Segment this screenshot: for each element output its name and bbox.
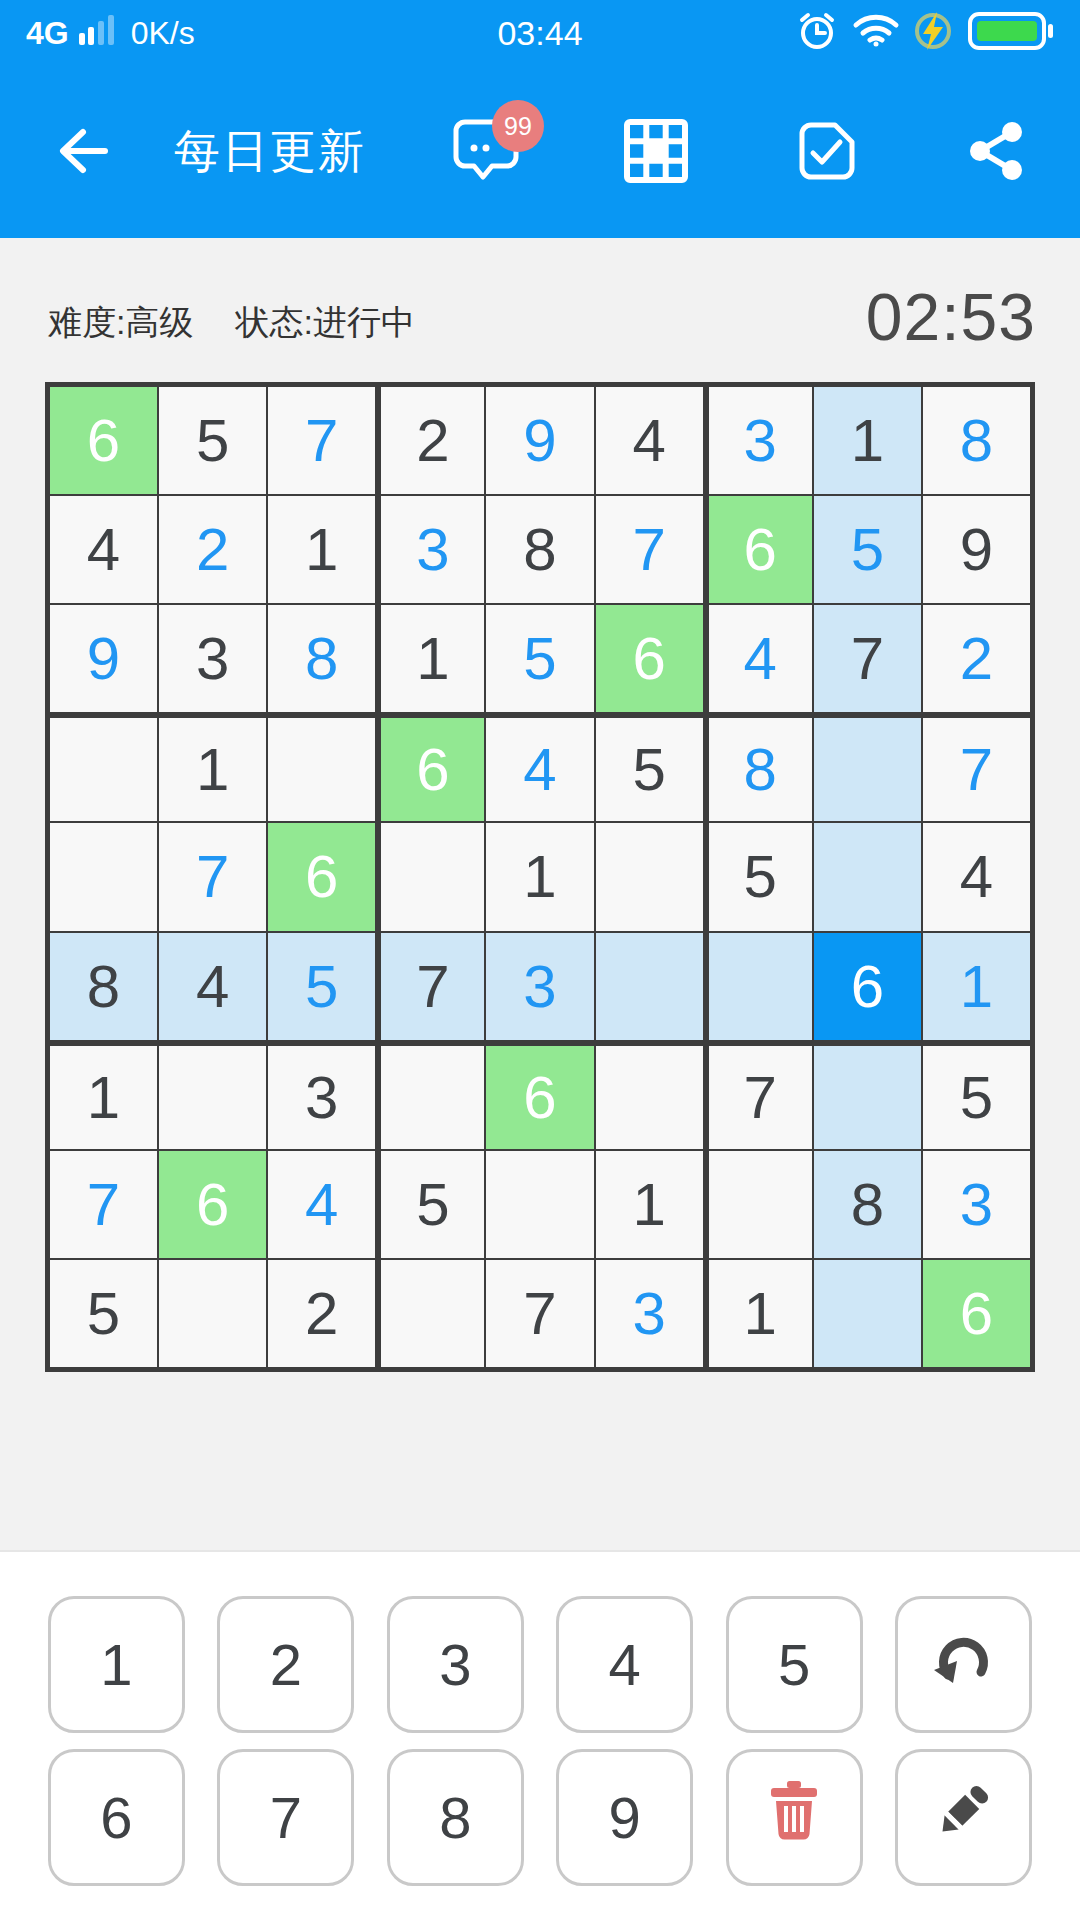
number-pad: 1 2 3 4 5 6 7 8 9 bbox=[0, 1550, 1080, 1920]
game-info-row: 难度:高级 状态:进行中 02:53 bbox=[0, 238, 1080, 350]
sudoku-cell-r4c8[interactable] bbox=[814, 718, 921, 821]
sudoku-cell-r7c5[interactable]: 6 bbox=[486, 1046, 593, 1149]
sudoku-cell-r6c6[interactable] bbox=[596, 933, 703, 1040]
sudoku-cell-r7c9[interactable]: 5 bbox=[923, 1046, 1030, 1149]
sudoku-cell-r3c8[interactable]: 7 bbox=[814, 605, 921, 712]
network-type-label: 4G bbox=[26, 15, 69, 52]
sudoku-cell-r4c5[interactable]: 4 bbox=[486, 718, 593, 821]
sudoku-cell-r7c3[interactable]: 3 bbox=[268, 1046, 375, 1149]
game-status-label: 状态:进行中 bbox=[235, 300, 414, 346]
wifi-icon bbox=[852, 13, 900, 53]
sudoku-cell-r2c9[interactable]: 9 bbox=[923, 496, 1030, 603]
back-arrow-icon bbox=[57, 127, 111, 178]
messages-button[interactable]: 99 bbox=[452, 112, 520, 192]
pencil-mode-button[interactable] bbox=[895, 1749, 1032, 1886]
page-title: 每日更新 bbox=[174, 121, 366, 183]
sudoku-cell-r2c3[interactable]: 1 bbox=[268, 496, 375, 603]
sudoku-cell-r8c6[interactable]: 1 bbox=[596, 1151, 703, 1258]
sudoku-cell-r2c5[interactable]: 8 bbox=[486, 496, 593, 603]
sudoku-cell-r9c4[interactable] bbox=[381, 1260, 484, 1367]
content-spacer bbox=[0, 1372, 1080, 1550]
sudoku-cell-r2c2[interactable]: 2 bbox=[159, 496, 266, 603]
sudoku-cell-r8c4[interactable]: 5 bbox=[381, 1151, 484, 1258]
sudoku-cell-r2c6[interactable]: 7 bbox=[596, 496, 703, 603]
sudoku-cell-r1c6[interactable]: 4 bbox=[596, 387, 703, 494]
signal-bars-icon bbox=[79, 13, 121, 53]
sudoku-cell-r8c8[interactable]: 8 bbox=[814, 1151, 921, 1258]
sudoku-cell-r1c2[interactable]: 5 bbox=[159, 387, 266, 494]
sudoku-cell-r8c3[interactable]: 4 bbox=[268, 1151, 375, 1258]
sudoku-cell-r9c2[interactable] bbox=[159, 1260, 266, 1367]
sudoku-cell-r6c3[interactable]: 5 bbox=[268, 933, 375, 1040]
sudoku-cell-r3c2[interactable]: 3 bbox=[159, 605, 266, 712]
charging-bolt-icon bbox=[914, 10, 954, 56]
battery-icon bbox=[968, 10, 1054, 56]
sudoku-cell-r7c1[interactable]: 1 bbox=[50, 1046, 157, 1149]
sudoku-cell-r6c5[interactable]: 3 bbox=[486, 933, 593, 1040]
sudoku-cell-r7c7[interactable]: 7 bbox=[709, 1046, 812, 1149]
sudoku-cell-r5c4[interactable] bbox=[381, 823, 484, 930]
sudoku-cell-r3c1[interactable]: 9 bbox=[50, 605, 157, 712]
share-button[interactable] bbox=[962, 112, 1030, 192]
sudoku-cell-r7c6[interactable] bbox=[596, 1046, 703, 1149]
sudoku-cell-r5c3[interactable]: 6 bbox=[268, 823, 375, 930]
digit-key-3[interactable]: 3 bbox=[387, 1596, 524, 1733]
sudoku-cell-r9c7[interactable]: 1 bbox=[709, 1260, 812, 1367]
digit-key-7[interactable]: 7 bbox=[217, 1749, 354, 1886]
sudoku-cell-r4c9[interactable]: 7 bbox=[923, 718, 1030, 821]
grid-icon bbox=[623, 118, 689, 187]
status-bar: 4G 0K/s 03:44 bbox=[0, 0, 1080, 66]
digit-key-6[interactable]: 6 bbox=[48, 1749, 185, 1886]
sudoku-cell-r5c8[interactable] bbox=[814, 823, 921, 930]
sudoku-cell-r9c1[interactable]: 5 bbox=[50, 1260, 157, 1367]
sudoku-cell-r1c5[interactable]: 9 bbox=[486, 387, 593, 494]
sudoku-cell-r7c4[interactable] bbox=[381, 1046, 484, 1149]
digit-key-1[interactable]: 1 bbox=[48, 1596, 185, 1733]
sudoku-cell-r3c3[interactable]: 8 bbox=[268, 605, 375, 712]
sudoku-cell-r9c9[interactable]: 6 bbox=[923, 1260, 1030, 1367]
sudoku-cell-r7c8[interactable] bbox=[814, 1046, 921, 1149]
sudoku-cell-r9c5[interactable]: 7 bbox=[486, 1260, 593, 1367]
sudoku-cell-r1c3[interactable]: 7 bbox=[268, 387, 375, 494]
alarm-icon bbox=[796, 10, 838, 56]
sudoku-cell-r5c1[interactable] bbox=[50, 823, 157, 930]
difficulty-label: 难度:高级 bbox=[48, 300, 193, 346]
sudoku-cell-r1c4[interactable]: 2 bbox=[381, 387, 484, 494]
sudoku-cell-r3c4[interactable]: 1 bbox=[381, 605, 484, 712]
undo-arrow-icon bbox=[930, 1629, 996, 1700]
sudoku-cell-r9c8[interactable] bbox=[814, 1260, 921, 1367]
sudoku-cell-r4c4[interactable]: 6 bbox=[381, 718, 484, 821]
digit-key-2[interactable]: 2 bbox=[217, 1596, 354, 1733]
sudoku-cell-r4c3[interactable] bbox=[268, 718, 375, 821]
sudoku-cell-r6c9[interactable]: 1 bbox=[923, 933, 1030, 1040]
digit-key-4[interactable]: 4 bbox=[556, 1596, 693, 1733]
sudoku-cell-r9c3[interactable]: 2 bbox=[268, 1260, 375, 1367]
sudoku-cell-r1c1[interactable]: 6 bbox=[50, 387, 157, 494]
check-doc-icon bbox=[795, 120, 857, 185]
network-speed-label: 0K/s bbox=[131, 15, 195, 52]
sudoku-cell-r1c8[interactable]: 1 bbox=[814, 387, 921, 494]
clock-label: 03:44 bbox=[497, 14, 582, 53]
timer-label: 02:53 bbox=[866, 284, 1036, 350]
sudoku-cell-r2c4[interactable]: 3 bbox=[381, 496, 484, 603]
sudoku-cell-r5c5[interactable]: 1 bbox=[486, 823, 593, 930]
sudoku-cell-r5c6[interactable] bbox=[596, 823, 703, 930]
sudoku-cell-r6c8[interactable]: 6 bbox=[814, 933, 921, 1040]
sudoku-cell-r2c8[interactable]: 5 bbox=[814, 496, 921, 603]
sudoku-cell-r8c5[interactable] bbox=[486, 1151, 593, 1258]
back-button[interactable] bbox=[50, 112, 118, 192]
sudoku-cell-r4c7[interactable]: 8 bbox=[709, 718, 812, 821]
sudoku-cell-r1c7[interactable]: 3 bbox=[709, 387, 812, 494]
sudoku-cell-r3c5[interactable]: 5 bbox=[486, 605, 593, 712]
share-icon bbox=[966, 120, 1026, 185]
sudoku-cell-r5c2[interactable]: 7 bbox=[159, 823, 266, 930]
board-grid-button[interactable] bbox=[622, 112, 690, 192]
sudoku-cell-r3c7[interactable]: 4 bbox=[709, 605, 812, 712]
sudoku-cell-r6c1[interactable]: 8 bbox=[50, 933, 157, 1040]
sudoku-cell-r8c9[interactable]: 3 bbox=[923, 1151, 1030, 1258]
sudoku-cell-r3c6[interactable]: 6 bbox=[596, 605, 703, 712]
app-bar: 每日更新 99 bbox=[0, 66, 1080, 238]
digit-key-9[interactable]: 9 bbox=[556, 1749, 693, 1886]
check-tasks-button[interactable] bbox=[792, 112, 860, 192]
sudoku-cell-r9c6[interactable]: 3 bbox=[596, 1260, 703, 1367]
sudoku-cell-r8c7[interactable] bbox=[709, 1151, 812, 1258]
undo-button[interactable] bbox=[895, 1596, 1032, 1733]
sudoku-cell-r4c2[interactable]: 1 bbox=[159, 718, 266, 821]
sudoku-cell-r2c7[interactable]: 6 bbox=[709, 496, 812, 603]
sudoku-board: 6572943184213876599381564721645877615484… bbox=[45, 382, 1035, 1372]
sudoku-cell-r4c1[interactable] bbox=[50, 718, 157, 821]
sudoku-cell-r6c2[interactable]: 4 bbox=[159, 933, 266, 1040]
digit-key-8[interactable]: 8 bbox=[387, 1749, 524, 1886]
sudoku-cell-r6c7[interactable] bbox=[709, 933, 812, 1040]
sudoku-cell-r8c1[interactable]: 7 bbox=[50, 1151, 157, 1258]
sudoku-cell-r6c4[interactable]: 7 bbox=[381, 933, 484, 1040]
sudoku-cell-r8c2[interactable]: 6 bbox=[159, 1151, 266, 1258]
trash-icon bbox=[767, 1781, 821, 1854]
sudoku-cell-r2c1[interactable]: 4 bbox=[50, 496, 157, 603]
sudoku-cell-r5c9[interactable]: 4 bbox=[923, 823, 1030, 930]
sudoku-cell-r7c2[interactable] bbox=[159, 1046, 266, 1149]
message-count-badge: 99 bbox=[492, 100, 544, 152]
digit-key-5[interactable]: 5 bbox=[726, 1596, 863, 1733]
sudoku-cell-r1c9[interactable]: 8 bbox=[923, 387, 1030, 494]
sudoku-cell-r5c7[interactable]: 5 bbox=[709, 823, 812, 930]
sudoku-cell-r4c6[interactable]: 5 bbox=[596, 718, 703, 821]
sudoku-cell-r3c9[interactable]: 2 bbox=[923, 605, 1030, 712]
pencil-icon bbox=[932, 1780, 994, 1855]
delete-button[interactable] bbox=[726, 1749, 863, 1886]
